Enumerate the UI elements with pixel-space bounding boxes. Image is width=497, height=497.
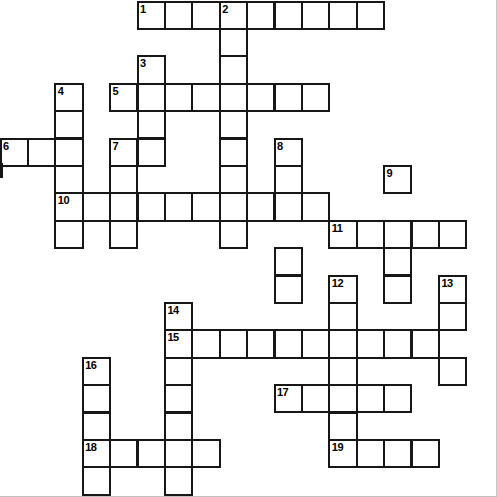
grid-cell-r8c2[interactable] (54, 220, 83, 249)
grid-cell-r16c6[interactable] (164, 439, 193, 468)
grid-cell-r7c6[interactable] (164, 192, 193, 221)
grid-cell-r0c11[interactable] (301, 1, 330, 30)
grid-cell-r12c13[interactable] (356, 329, 385, 358)
grid-cell-r5c2[interactable] (54, 138, 83, 167)
grid-cell-r7c11[interactable] (301, 192, 330, 221)
grid-cell-r12c15[interactable] (411, 329, 440, 358)
grid-cell-r3c9[interactable] (246, 83, 275, 112)
grid-cell-r8c16[interactable] (438, 220, 467, 249)
grid-cell-r12c11[interactable] (301, 329, 330, 358)
grid-cell-r14c6[interactable] (164, 384, 193, 413)
grid-cell-r8c4[interactable] (109, 220, 138, 249)
grid-cell-r1c8[interactable] (219, 28, 248, 57)
grid-cell-r15c12[interactable] (328, 412, 357, 441)
grid-cell-r8c13[interactable] (356, 220, 385, 249)
grid-cell-r10c14[interactable] (383, 275, 412, 304)
grid-cell-r7c4[interactable] (109, 192, 138, 221)
grid-cell-r14c12[interactable] (328, 384, 357, 413)
grid-cell-r16c14[interactable] (383, 439, 412, 468)
grid-cell-r5c1[interactable] (27, 138, 56, 167)
grid-cell-r16c12[interactable] (328, 439, 357, 468)
grid-cell-r4c5[interactable] (137, 110, 166, 139)
grid-cell-r10c12[interactable] (328, 275, 357, 304)
grid-cell-r11c16[interactable] (438, 302, 467, 331)
grid-cell-r17c3[interactable] (82, 466, 111, 495)
grid-cell-r0c8[interactable] (219, 1, 248, 30)
grid-cell-r6c14[interactable] (383, 165, 412, 194)
grid-cell-r13c12[interactable] (328, 357, 357, 386)
grid-cell-r16c4[interactable] (109, 439, 138, 468)
grid-cell-r12c9[interactable] (246, 329, 275, 358)
grid-cell-r16c15[interactable] (411, 439, 440, 468)
grid-cell-r14c10[interactable] (274, 384, 303, 413)
grid-cell-r12c6[interactable] (164, 329, 193, 358)
grid-cell-r8c8[interactable] (219, 220, 248, 249)
grid-cell-r3c2[interactable] (54, 83, 83, 112)
grid-cell-r12c8[interactable] (219, 329, 248, 358)
grid-cell-r0c12[interactable] (328, 1, 357, 30)
grid-cell-r9c10[interactable] (274, 247, 303, 276)
grid-cell-r8c14[interactable] (383, 220, 412, 249)
grid-cell-r7c9[interactable] (246, 192, 275, 221)
grid-cell-r3c4[interactable] (109, 83, 138, 112)
grid-cell-r9c14[interactable] (383, 247, 412, 276)
grid-cell-r2c5[interactable] (137, 55, 166, 84)
grid-cell-r0c9[interactable] (246, 1, 275, 30)
grid-cell-r0c6[interactable] (164, 1, 193, 30)
grid-cell-r7c2[interactable] (54, 192, 83, 221)
grid-cell-r16c5[interactable] (137, 439, 166, 468)
grid-cell-r15c3[interactable] (82, 412, 111, 441)
grid-cell-r5c4[interactable] (109, 138, 138, 167)
grid-cell-r4c2[interactable] (54, 110, 83, 139)
grid-cell-r17c6[interactable] (164, 466, 193, 495)
grid-cell-r5c8[interactable] (219, 138, 248, 167)
grid-cell-r16c3[interactable] (82, 439, 111, 468)
grid-cell-r6c10[interactable] (274, 165, 303, 194)
grid-cell-r10c16[interactable] (438, 275, 467, 304)
grid-cell-r3c5[interactable] (137, 83, 166, 112)
grid-cell-r4c8[interactable] (219, 110, 248, 139)
grid-cell-r12c12[interactable] (328, 329, 357, 358)
grid-cell-r13c16[interactable] (438, 357, 467, 386)
grid-cell-r14c14[interactable] (383, 384, 412, 413)
grid-cell-r5c10[interactable] (274, 138, 303, 167)
grid-cell-r11c12[interactable] (328, 302, 357, 331)
grid-cell-r16c13[interactable] (356, 439, 385, 468)
grid-cell-r3c8[interactable] (219, 83, 248, 112)
grid-cell-r6c8[interactable] (219, 165, 248, 194)
grid-cell-r8c15[interactable] (411, 220, 440, 249)
grid-cell-r13c6[interactable] (164, 357, 193, 386)
grid-cell-r11c6[interactable] (164, 302, 193, 331)
grid-cell-r7c8[interactable] (219, 192, 248, 221)
grid-cell-r5c5[interactable] (137, 138, 166, 167)
grid-cell-r8c12[interactable] (328, 220, 357, 249)
grid-cell-r5c0[interactable] (0, 138, 29, 167)
grid-cell-r14c13[interactable] (356, 384, 385, 413)
grid-cell-r3c11[interactable] (301, 83, 330, 112)
grid-cell-r10c10[interactable] (274, 275, 303, 304)
grid-cell-r14c11[interactable] (301, 384, 330, 413)
grid-cell-r0c7[interactable] (191, 1, 220, 30)
grid-cell-r7c5[interactable] (137, 192, 166, 221)
grid-cell-r3c6[interactable] (164, 83, 193, 112)
grid-cell-r0c5[interactable] (137, 1, 166, 30)
grid-cell-r12c10[interactable] (274, 329, 303, 358)
grid-cell-r3c10[interactable] (274, 83, 303, 112)
grid-cell-r12c7[interactable] (191, 329, 220, 358)
grid-cell-r6c4[interactable] (109, 165, 138, 194)
grid-cell-r16c7[interactable] (191, 439, 220, 468)
grid-cell-r7c3[interactable] (82, 192, 111, 221)
grid-cell-r13c3[interactable] (82, 357, 111, 386)
grid-cell-r6c2[interactable] (54, 165, 83, 194)
clipped-border-artifact (0, 163, 3, 178)
grid-cell-r14c3[interactable] (82, 384, 111, 413)
grid-cell-r0c13[interactable] (356, 1, 385, 30)
grid-cell-r12c14[interactable] (383, 329, 412, 358)
grid-cell-r2c8[interactable] (219, 55, 248, 84)
crossword-board: 12345678910111213141516171819 (0, 0, 497, 497)
grid-cell-r7c10[interactable] (274, 192, 303, 221)
grid-cell-r15c6[interactable] (164, 412, 193, 441)
grid-cell-r3c7[interactable] (191, 83, 220, 112)
grid-cell-r7c7[interactable] (191, 192, 220, 221)
grid-cell-r0c10[interactable] (274, 1, 303, 30)
